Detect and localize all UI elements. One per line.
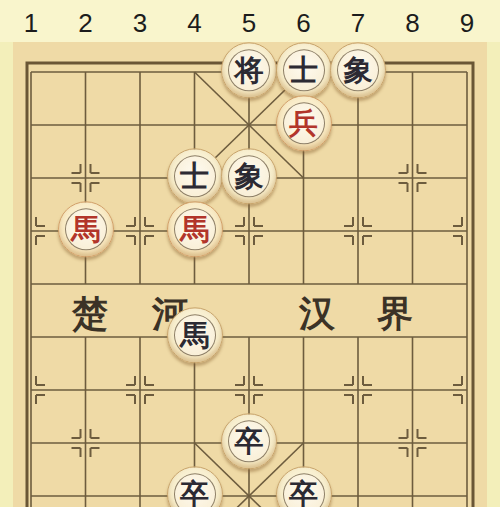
file-label-1: 1 xyxy=(24,10,38,36)
piece-face: 象 xyxy=(337,49,379,91)
xiangqi-board[interactable]: 楚 河 汉 界 将士象兵士象馬馬馬卒卒卒 xyxy=(13,42,487,507)
file-number-strip: 123456789 xyxy=(0,0,500,42)
piece-face: 卒 xyxy=(228,420,270,462)
piece-face: 馬 xyxy=(65,208,107,250)
black-soldier[interactable]: 卒 xyxy=(276,466,332,507)
file-label-3: 3 xyxy=(133,10,147,36)
piece-face: 兵 xyxy=(283,102,325,144)
black-advisor[interactable]: 士 xyxy=(276,42,332,98)
piece-face: 馬 xyxy=(174,208,216,250)
piece-face: 士 xyxy=(174,155,216,197)
piece-face: 卒 xyxy=(174,473,216,507)
file-label-6: 6 xyxy=(296,10,310,36)
piece-face: 馬 xyxy=(174,314,216,356)
xiangqi-app-screen: 123456789 楚 河 汉 界 将士象兵士象馬馬馬卒卒卒 xyxy=(0,0,500,507)
black-general[interactable]: 将 xyxy=(221,42,277,98)
red-horse[interactable]: 馬 xyxy=(167,201,223,257)
file-label-9: 9 xyxy=(460,10,474,36)
file-label-8: 8 xyxy=(405,10,419,36)
black-soldier[interactable]: 卒 xyxy=(221,413,277,469)
red-horse[interactable]: 馬 xyxy=(58,201,114,257)
file-label-5: 5 xyxy=(242,10,256,36)
file-label-7: 7 xyxy=(351,10,365,36)
black-horse[interactable]: 馬 xyxy=(167,307,223,363)
pieces-layer: 将士象兵士象馬馬馬卒卒卒 xyxy=(13,42,487,507)
piece-face: 象 xyxy=(228,155,270,197)
file-label-2: 2 xyxy=(78,10,92,36)
piece-face: 将 xyxy=(228,49,270,91)
file-label-4: 4 xyxy=(187,10,201,36)
black-elephant[interactable]: 象 xyxy=(330,42,386,98)
red-soldier[interactable]: 兵 xyxy=(276,95,332,151)
piece-face: 士 xyxy=(283,49,325,91)
black-elephant[interactable]: 象 xyxy=(221,148,277,204)
black-advisor[interactable]: 士 xyxy=(167,148,223,204)
piece-face: 卒 xyxy=(283,473,325,507)
black-soldier[interactable]: 卒 xyxy=(167,466,223,507)
